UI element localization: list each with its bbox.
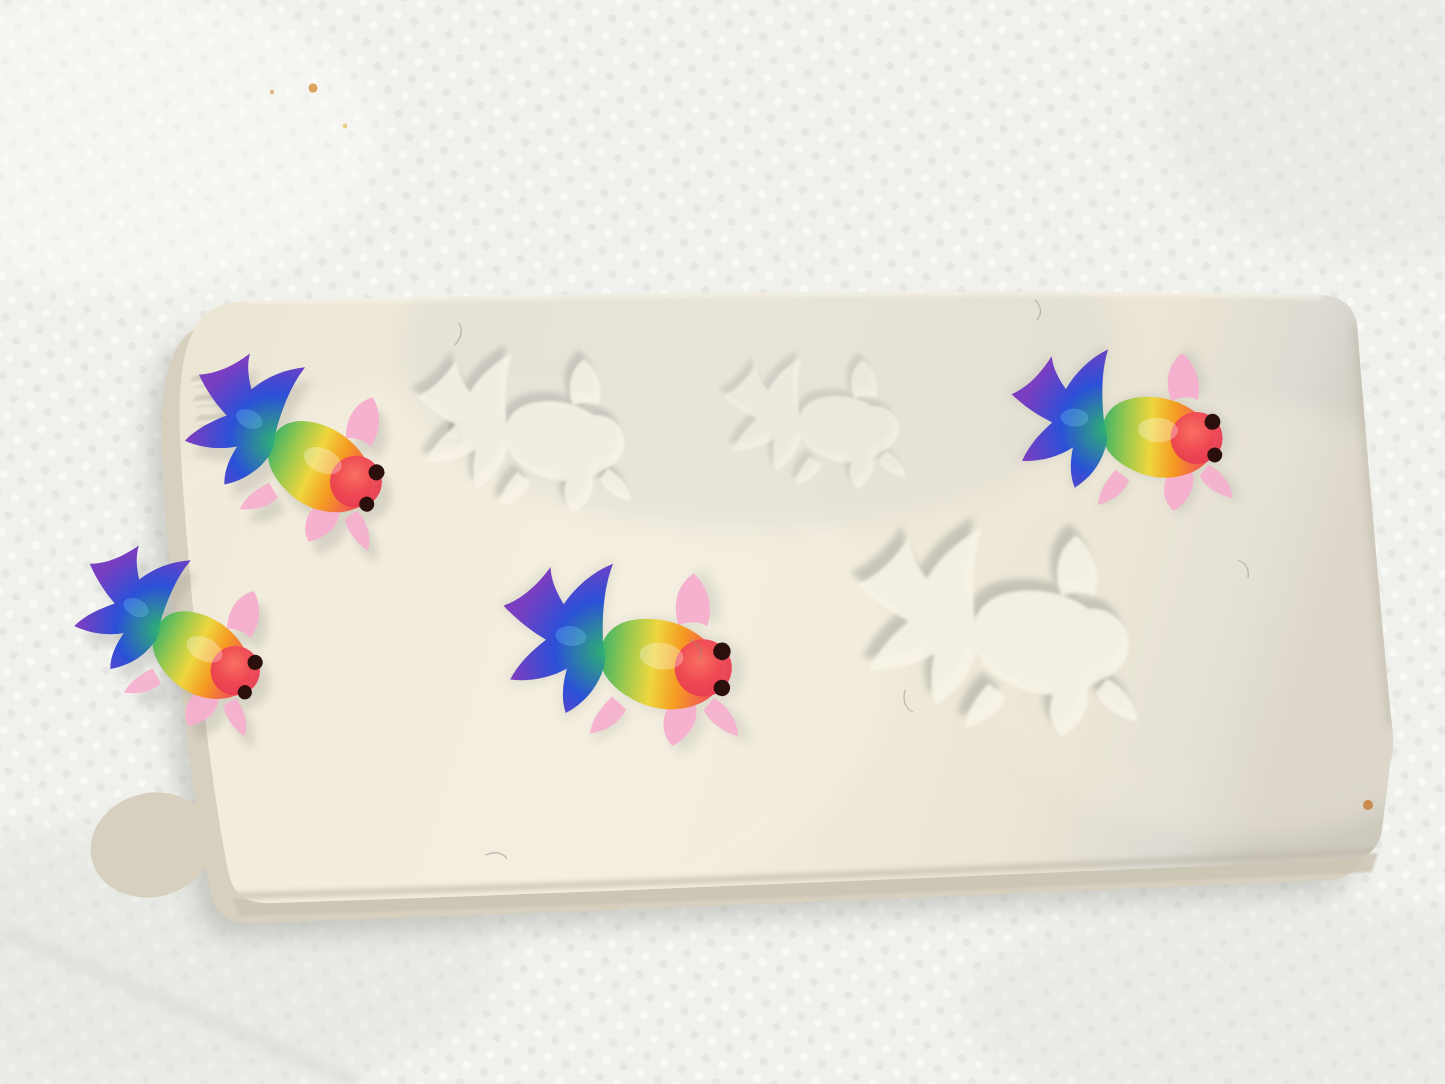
mold-photo-svg: 5 xyxy=(0,0,1445,1084)
crumb-speck xyxy=(270,90,274,94)
crumb-speck xyxy=(343,124,348,129)
photo-scene: 5 xyxy=(0,0,1445,1084)
crumb-speck xyxy=(1363,800,1373,810)
crumb-speck xyxy=(309,84,318,93)
